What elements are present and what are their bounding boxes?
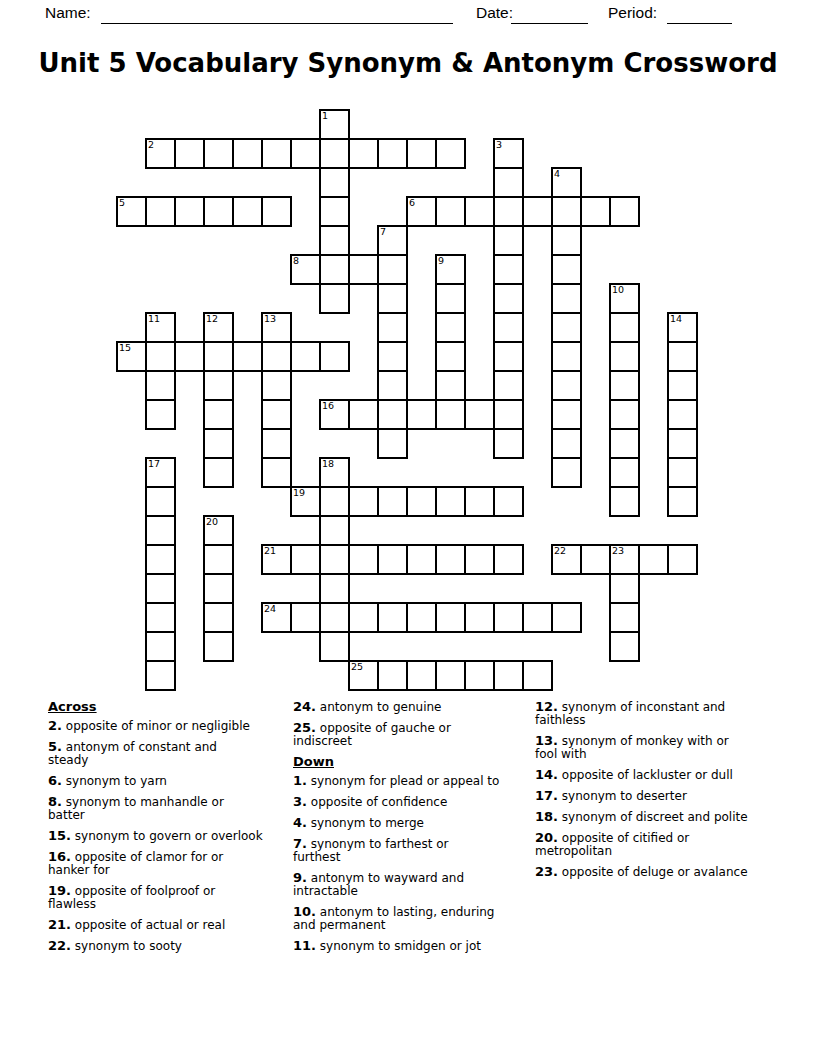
across-clue-number-16: 16. (48, 849, 71, 864)
grid-cell-r18-c1[interactable] (145, 631, 176, 662)
grid-cell-r17-c13[interactable] (493, 602, 524, 633)
clue-column-across: Across2. opposite of minor or negligible… (48, 700, 291, 960)
grid-cell-r3-c11[interactable] (435, 196, 466, 227)
grid-cell-r15-c9[interactable] (377, 544, 408, 575)
grid-cell-r8-c19[interactable] (667, 341, 698, 372)
grid-cell-r2-c7[interactable] (319, 167, 350, 198)
name-blank-line (101, 6, 453, 24)
down-clue-23: 23. opposite of deluge or avalance (535, 865, 780, 879)
grid-cell-r14-c7[interactable] (319, 515, 350, 546)
crossword-grid: 1234567891011121314151617181920212223242… (117, 110, 697, 690)
down-clue-number-4: 4. (293, 815, 307, 830)
grid-cell-r17-c14[interactable] (522, 602, 553, 633)
across-clue-number-19: 19. (48, 883, 71, 898)
grid-cell-r12-c19[interactable] (667, 457, 698, 488)
grid-cell-r19-c9[interactable] (377, 660, 408, 691)
grid-cell-r15-c1[interactable] (145, 544, 176, 575)
grid-cell-r15-c6[interactable] (290, 544, 321, 575)
grid-cell-r3-c14[interactable] (522, 196, 553, 227)
grid-cell-r13-c13[interactable] (493, 486, 524, 517)
across-clue-number-15: 15. (48, 828, 71, 843)
cell-number-4: 4 (554, 169, 560, 179)
cell-number-1: 1 (322, 111, 328, 121)
grid-cell-r11-c13[interactable] (493, 428, 524, 459)
grid-cell-r17-c8[interactable] (348, 602, 379, 633)
grid-cell-r1-c7[interactable] (319, 138, 350, 169)
grid-cell-r12-c1[interactable]: 17 (145, 457, 176, 488)
cell-number-18: 18 (322, 459, 334, 469)
grid-cell-r15-c5[interactable]: 21 (261, 544, 292, 575)
across-clue-24: 24. antonym to genuine (293, 700, 533, 714)
grid-cell-r8-c4[interactable] (232, 341, 263, 372)
date-label: Date: (476, 4, 513, 22)
grid-cell-r7-c1[interactable]: 11 (145, 312, 176, 343)
grid-cell-r17-c9[interactable] (377, 602, 408, 633)
grid-cell-r15-c8[interactable] (348, 544, 379, 575)
down-clue-number-18: 18. (535, 809, 558, 824)
grid-cell-r1-c1[interactable]: 2 (145, 138, 176, 169)
cell-number-17: 17 (148, 459, 160, 469)
grid-cell-r16-c17[interactable] (609, 573, 640, 604)
across-clue-22: 22. synonym to sooty (48, 939, 291, 953)
grid-cell-r3-c5[interactable] (261, 196, 292, 227)
cell-number-23: 23 (612, 546, 624, 556)
grid-cell-r1-c5[interactable] (261, 138, 292, 169)
across-clue-number-2: 2. (48, 718, 62, 733)
grid-cell-r9-c1[interactable] (145, 370, 176, 401)
grid-cell-r18-c17[interactable] (609, 631, 640, 662)
grid-cell-r4-c9[interactable]: 7 (377, 225, 408, 256)
grid-cell-r1-c8[interactable] (348, 138, 379, 169)
grid-cell-r5-c11[interactable]: 9 (435, 254, 466, 285)
period-label: Period: (608, 4, 657, 22)
across-clue-number-25: 25. (293, 720, 316, 735)
down-clue-number-7: 7. (293, 836, 307, 851)
grid-cell-r17-c5[interactable]: 24 (261, 602, 292, 633)
cell-number-14: 14 (670, 314, 682, 324)
down-clue-number-10: 10. (293, 904, 316, 919)
grid-cell-r16-c1[interactable] (145, 573, 176, 604)
grid-cell-r17-c3[interactable] (203, 602, 234, 633)
down-clue-12: 12. synonym of inconstant and faithless (535, 700, 780, 727)
clue-column-down: 12. synonym of inconstant and faithless1… (535, 700, 780, 960)
grid-cell-r6-c7[interactable] (319, 283, 350, 314)
across-clue-8: 8. synonym to manhandle or batter (48, 795, 291, 822)
grid-cell-r14-c1[interactable] (145, 515, 176, 546)
down-clue-13: 13. synonym of monkey with or fool with (535, 734, 780, 761)
cell-number-20: 20 (206, 517, 218, 527)
grid-cell-r13-c8[interactable] (348, 486, 379, 517)
grid-cell-r7-c5[interactable]: 13 (261, 312, 292, 343)
across-header: Across (48, 700, 291, 714)
across-clue-15: 15. synonym to govern or overlook (48, 829, 291, 843)
grid-cell-r17-c10[interactable] (406, 602, 437, 633)
grid-cell-r10-c9[interactable] (377, 399, 408, 430)
grid-cell-r3-c4[interactable] (232, 196, 263, 227)
grid-cell-r12-c7[interactable]: 18 (319, 457, 350, 488)
grid-cell-r10-c8[interactable] (348, 399, 379, 430)
grid-cell-r19-c12[interactable] (464, 660, 495, 691)
grid-cell-r15-c7[interactable] (319, 544, 350, 575)
across-clue-16: 16. opposite of clamor for or hanker for (48, 850, 291, 877)
grid-cell-r15-c12[interactable] (464, 544, 495, 575)
grid-cell-r1-c3[interactable] (203, 138, 234, 169)
cell-number-9: 9 (438, 256, 444, 266)
down-clue-7: 7. synonym to farthest or furthest (293, 837, 533, 864)
grid-cell-r3-c17[interactable] (609, 196, 640, 227)
grid-cell-r9-c15[interactable] (551, 370, 582, 401)
down-clue-number-9: 9. (293, 870, 307, 885)
down-clue-10: 10. antonym to lasting, enduring and per… (293, 905, 533, 932)
clue-column-middle: 24. antonym to genuine25. opposite of ga… (293, 700, 533, 960)
grid-cell-r13-c17[interactable] (609, 486, 640, 517)
down-clue-number-12: 12. (535, 699, 558, 714)
grid-cell-r13-c9[interactable] (377, 486, 408, 517)
clue-lists: Across2. opposite of minor or negligible… (48, 700, 780, 960)
grid-cell-r15-c10[interactable] (406, 544, 437, 575)
grid-cell-r17-c17[interactable] (609, 602, 640, 633)
grid-cell-r8-c9[interactable] (377, 341, 408, 372)
grid-cell-r9-c11[interactable] (435, 370, 466, 401)
down-clue-3: 3. opposite of confidence (293, 795, 533, 809)
grid-cell-r15-c18[interactable] (638, 544, 669, 575)
grid-cell-r17-c7[interactable] (319, 602, 350, 633)
grid-cell-r5-c15[interactable] (551, 254, 582, 285)
grid-cell-r2-c13[interactable] (493, 167, 524, 198)
cell-number-8: 8 (293, 256, 299, 266)
grid-cell-r17-c15[interactable] (551, 602, 582, 633)
grid-cell-r5-c8[interactable] (348, 254, 379, 285)
cell-number-21: 21 (264, 546, 276, 556)
grid-cell-r15-c11[interactable] (435, 544, 466, 575)
grid-cell-r11-c15[interactable] (551, 428, 582, 459)
grid-cell-r10-c7[interactable]: 16 (319, 399, 350, 430)
grid-cell-r7-c13[interactable] (493, 312, 524, 343)
grid-cell-r2-c15[interactable]: 4 (551, 167, 582, 198)
cell-number-6: 6 (409, 198, 415, 208)
grid-cell-r8-c2[interactable] (174, 341, 205, 372)
down-clue-number-3: 3. (293, 794, 307, 809)
cell-number-25: 25 (351, 662, 363, 672)
grid-cell-r0-c7[interactable]: 1 (319, 109, 350, 140)
down-clue-9: 9. antonym to wayward and intractable (293, 871, 533, 898)
across-clue-number-8: 8. (48, 794, 62, 809)
grid-cell-r3-c1[interactable] (145, 196, 176, 227)
grid-cell-r8-c3[interactable] (203, 341, 234, 372)
grid-cell-r1-c10[interactable] (406, 138, 437, 169)
grid-cell-r7-c11[interactable] (435, 312, 466, 343)
grid-cell-r17-c6[interactable] (290, 602, 321, 633)
grid-cell-r13-c19[interactable] (667, 486, 698, 517)
down-clue-number-23: 23. (535, 864, 558, 879)
grid-cell-r15-c17[interactable]: 23 (609, 544, 640, 575)
worksheet-header: Name: Date: Period: (0, 4, 816, 30)
grid-cell-r12-c17[interactable] (609, 457, 640, 488)
grid-cell-r13-c1[interactable] (145, 486, 176, 517)
grid-cell-r11-c19[interactable] (667, 428, 698, 459)
grid-cell-r5-c13[interactable] (493, 254, 524, 285)
down-clue-number-11: 11. (293, 938, 316, 953)
grid-cell-r12-c3[interactable] (203, 457, 234, 488)
grid-cell-r6-c13[interactable] (493, 283, 524, 314)
grid-cell-r19-c14[interactable] (522, 660, 553, 691)
across-clue-5: 5. antonym of constant and steady (48, 740, 291, 767)
grid-cell-r16-c7[interactable] (319, 573, 350, 604)
down-clue-1: 1. synonym for plead or appeal to (293, 774, 533, 788)
grid-cell-r19-c11[interactable] (435, 660, 466, 691)
grid-cell-r6-c9[interactable] (377, 283, 408, 314)
grid-cell-r9-c13[interactable] (493, 370, 524, 401)
grid-cell-r4-c13[interactable] (493, 225, 524, 256)
down-clue-11: 11. synonym to smidgen or jot (293, 939, 533, 953)
grid-cell-r3-c3[interactable] (203, 196, 234, 227)
across-clue-number-22: 22. (48, 938, 71, 953)
down-clue-number-17: 17. (535, 788, 558, 803)
grid-cell-r16-c3[interactable] (203, 573, 234, 604)
down-clue-number-1: 1. (293, 773, 307, 788)
cell-number-24: 24 (264, 604, 276, 614)
grid-cell-r3-c12[interactable] (464, 196, 495, 227)
grid-cell-r8-c6[interactable] (290, 341, 321, 372)
down-clue-4: 4. synonym to merge (293, 816, 533, 830)
cell-number-10: 10 (612, 285, 624, 295)
grid-cell-r10-c15[interactable] (551, 399, 582, 430)
grid-cell-r3-c13[interactable] (493, 196, 524, 227)
grid-cell-r3-c10[interactable]: 6 (406, 196, 437, 227)
grid-cell-r11-c3[interactable] (203, 428, 234, 459)
grid-cell-r10-c12[interactable] (464, 399, 495, 430)
grid-cell-r15-c13[interactable] (493, 544, 524, 575)
page-title: Unit 5 Vocabulary Synonym & Antonym Cros… (0, 47, 816, 79)
grid-cell-r13-c10[interactable] (406, 486, 437, 517)
grid-cell-r1-c11[interactable] (435, 138, 466, 169)
grid-cell-r3-c2[interactable] (174, 196, 205, 227)
grid-cell-r13-c6[interactable]: 19 (290, 486, 321, 517)
grid-cell-r6-c17[interactable]: 10 (609, 283, 640, 314)
grid-cell-r6-c15[interactable] (551, 283, 582, 314)
grid-cell-r17-c12[interactable] (464, 602, 495, 633)
cell-number-5: 5 (119, 198, 125, 208)
grid-cell-r9-c17[interactable] (609, 370, 640, 401)
cell-number-7: 7 (380, 227, 386, 237)
grid-cell-r10-c10[interactable] (406, 399, 437, 430)
grid-cell-r13-c11[interactable] (435, 486, 466, 517)
date-blank-line (511, 6, 588, 24)
grid-cell-r9-c9[interactable] (377, 370, 408, 401)
grid-cell-r14-c3[interactable]: 20 (203, 515, 234, 546)
down-clue-number-13: 13. (535, 733, 558, 748)
grid-cell-r19-c1[interactable] (145, 660, 176, 691)
grid-cell-r18-c7[interactable] (319, 631, 350, 662)
grid-cell-r3-c16[interactable] (580, 196, 611, 227)
grid-cell-r10-c17[interactable] (609, 399, 640, 430)
cell-number-3: 3 (496, 140, 502, 150)
grid-cell-r10-c3[interactable] (203, 399, 234, 430)
grid-cell-r4-c7[interactable] (319, 225, 350, 256)
cell-number-15: 15 (119, 343, 131, 353)
grid-cell-r10-c5[interactable] (261, 399, 292, 430)
grid-cell-r19-c10[interactable] (406, 660, 437, 691)
grid-cell-r1-c9[interactable] (377, 138, 408, 169)
grid-cell-r11-c9[interactable] (377, 428, 408, 459)
cell-number-2: 2 (148, 140, 154, 150)
grid-cell-r15-c19[interactable] (667, 544, 698, 575)
grid-cell-r1-c6[interactable] (290, 138, 321, 169)
down-clue-20: 20. opposite of citified or metropolitan (535, 831, 780, 858)
grid-cell-r10-c19[interactable] (667, 399, 698, 430)
grid-cell-r8-c11[interactable] (435, 341, 466, 372)
grid-cell-r8-c15[interactable] (551, 341, 582, 372)
down-clue-number-20: 20. (535, 830, 558, 845)
down-clue-17: 17. synonym to deserter (535, 789, 780, 803)
cell-number-13: 13 (264, 314, 276, 324)
grid-cell-r13-c7[interactable] (319, 486, 350, 517)
grid-cell-r7-c15[interactable] (551, 312, 582, 343)
across-clue-number-21: 21. (48, 917, 71, 932)
across-clue-number-5: 5. (48, 739, 62, 754)
grid-cell-r7-c19[interactable]: 14 (667, 312, 698, 343)
grid-cell-r7-c3[interactable]: 12 (203, 312, 234, 343)
grid-cell-r17-c1[interactable] (145, 602, 176, 633)
cell-number-16: 16 (322, 401, 334, 411)
grid-cell-r4-c15[interactable] (551, 225, 582, 256)
period-blank-line (667, 6, 732, 24)
grid-cell-r8-c0[interactable]: 15 (116, 341, 147, 372)
grid-cell-r3-c7[interactable] (319, 196, 350, 227)
grid-cell-r9-c19[interactable] (667, 370, 698, 401)
grid-cell-r5-c7[interactable] (319, 254, 350, 285)
cell-number-19: 19 (293, 488, 305, 498)
grid-cell-r8-c13[interactable] (493, 341, 524, 372)
grid-cell-r19-c13[interactable] (493, 660, 524, 691)
grid-cell-r8-c7[interactable] (319, 341, 350, 372)
grid-cell-r1-c13[interactable]: 3 (493, 138, 524, 169)
grid-cell-r11-c5[interactable] (261, 428, 292, 459)
grid-cell-r1-c4[interactable] (232, 138, 263, 169)
grid-cell-r5-c6[interactable]: 8 (290, 254, 321, 285)
grid-cell-r3-c0[interactable]: 5 (116, 196, 147, 227)
across-clue-6: 6. synonym to yarn (48, 774, 291, 788)
across-clue-2: 2. opposite of minor or negligible (48, 719, 291, 733)
grid-cell-r10-c11[interactable] (435, 399, 466, 430)
across-clue-19: 19. opposite of foolproof or flawless (48, 884, 291, 911)
across-clue-number-24: 24. (293, 699, 316, 714)
across-clue-25: 25. opposite of gauche or indiscreet (293, 721, 533, 748)
cell-number-11: 11 (148, 314, 160, 324)
grid-cell-r8-c5[interactable] (261, 341, 292, 372)
name-label: Name: (45, 4, 91, 22)
grid-cell-r17-c11[interactable] (435, 602, 466, 633)
grid-cell-r18-c3[interactable] (203, 631, 234, 662)
across-clue-number-6: 6. (48, 773, 62, 788)
cell-number-12: 12 (206, 314, 218, 324)
cell-number-22: 22 (554, 546, 566, 556)
grid-cell-r15-c16[interactable] (580, 544, 611, 575)
grid-cell-r12-c5[interactable] (261, 457, 292, 488)
down-clue-number-14: 14. (535, 767, 558, 782)
down-header: Down (293, 755, 533, 769)
grid-cell-r12-c15[interactable] (551, 457, 582, 488)
grid-cell-r15-c15[interactable]: 22 (551, 544, 582, 575)
grid-cell-r9-c5[interactable] (261, 370, 292, 401)
grid-cell-r8-c1[interactable] (145, 341, 176, 372)
grid-cell-r11-c17[interactable] (609, 428, 640, 459)
grid-cell-r10-c1[interactable] (145, 399, 176, 430)
grid-cell-r7-c9[interactable] (377, 312, 408, 343)
down-clue-14: 14. opposite of lackluster or dull (535, 768, 780, 782)
grid-cell-r5-c9[interactable] (377, 254, 408, 285)
grid-cell-r19-c8[interactable]: 25 (348, 660, 379, 691)
down-clue-18: 18. synonym of discreet and polite (535, 810, 780, 824)
grid-cell-r10-c13[interactable] (493, 399, 524, 430)
grid-cell-r9-c3[interactable] (203, 370, 234, 401)
grid-cell-r1-c2[interactable] (174, 138, 205, 169)
grid-cell-r8-c17[interactable] (609, 341, 640, 372)
worksheet-page: Name: Date: Period: Unit 5 Vocabulary Sy… (0, 0, 816, 1056)
grid-cell-r13-c12[interactable] (464, 486, 495, 517)
grid-cell-r3-c15[interactable] (551, 196, 582, 227)
grid-cell-r15-c3[interactable] (203, 544, 234, 575)
grid-cell-r6-c11[interactable] (435, 283, 466, 314)
grid-cell-r7-c17[interactable] (609, 312, 640, 343)
across-clue-21: 21. opposite of actual or real (48, 918, 291, 932)
